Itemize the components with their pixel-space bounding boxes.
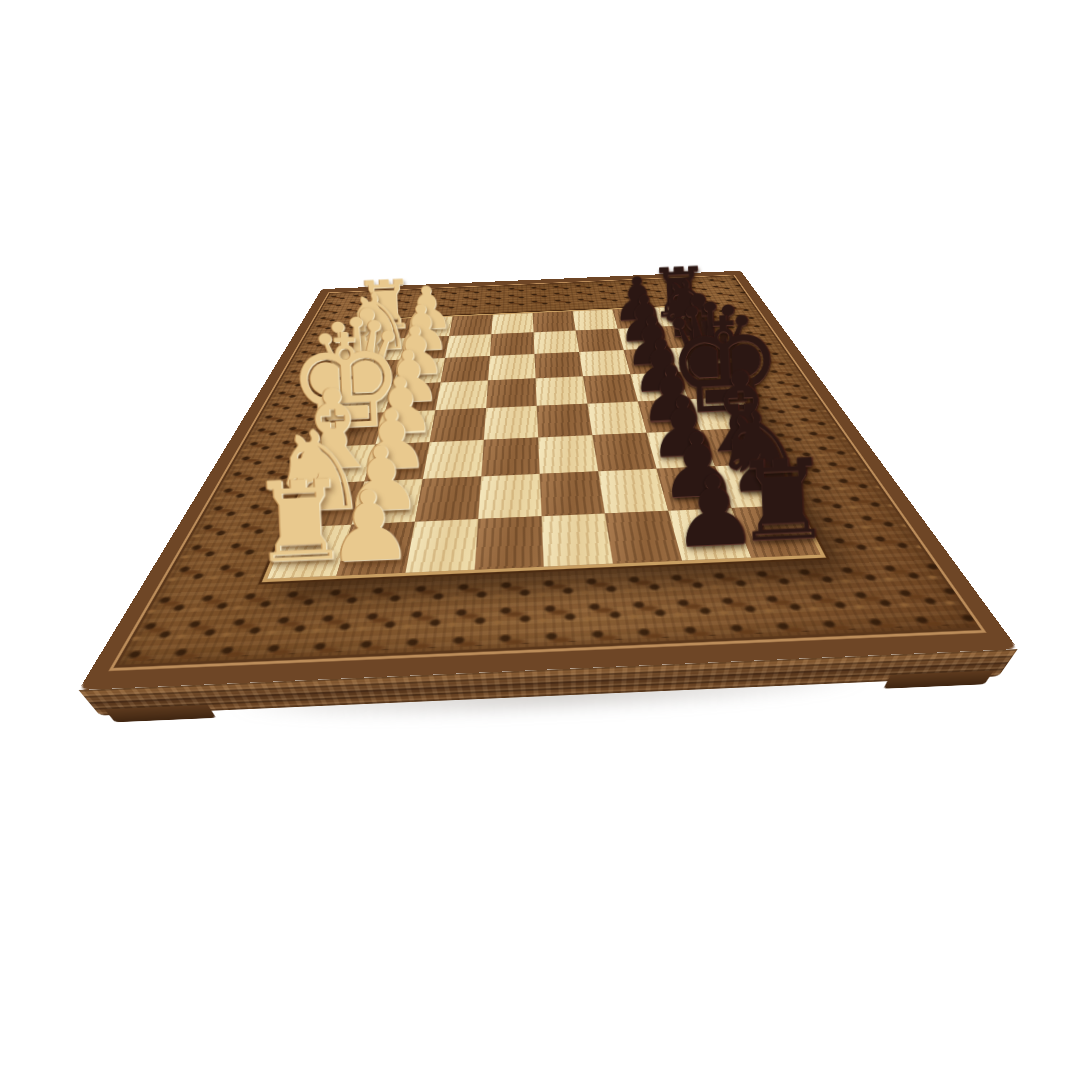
chess-product-photo: ♜♟♟♜♞♟♟♞♝♟♟♝♛♟♟♛♚♟♟♚♝♟♟♝♞♟♟♞♜♟♟♜ [0,0,1080,1080]
square-b4 [490,332,535,356]
square-e4 [484,406,538,440]
square-f5 [538,435,598,474]
square-h4 [475,516,544,569]
piece-black-pawn-h7: ♟ [669,463,759,558]
front-right-foot [883,671,993,689]
square-b5 [534,331,580,354]
square-d3 [436,380,489,410]
square-h7: ♟ [668,508,751,561]
square-e5 [537,404,593,438]
perspective-scene: ♜♟♟♜♞♟♟♞♝♟♟♝♛♟♟♛♚♟♟♚♝♟♟♝♞♟♟♞♜♟♟♜ [0,0,1080,1080]
board-front-face [79,649,1018,716]
square-h2: ♟ [336,522,415,576]
square-c5 [534,352,583,378]
square-a3 [449,315,493,336]
playing-surface: ♜♟♟♜♞♟♟♞♝♟♟♝♛♟♟♛♚♟♟♚♝♟♟♝♞♟♟♞♜♟♟♜ [267,306,820,579]
square-a4 [491,313,533,334]
board-frame: ♜♟♟♜♞♟♟♞♝♟♟♝♛♟♟♛♚♟♟♚♝♟♟♝♞♟♟♞♜♟♟♜ [79,271,1018,690]
square-f4 [481,437,539,476]
square-c4 [488,354,535,380]
piece-white-pawn-h2: ♟ [324,478,414,573]
square-b3 [445,334,491,358]
front-left-foot [105,705,217,723]
square-d5 [536,376,588,406]
square-h5 [542,514,613,567]
square-c3 [441,356,490,383]
square-g3 [415,476,481,521]
square-h3 [406,519,479,573]
square-d4 [486,378,537,408]
square-g5 [540,471,605,516]
square-e3 [430,408,487,442]
board-tilt-wrapper: ♜♟♟♜♞♟♟♞♝♟♟♝♛♟♟♛♚♟♟♚♝♟♟♝♞♟♟♞♜♟♟♜ [0,0,1080,1080]
square-g4 [478,474,541,519]
square-a5 [533,311,576,332]
square-f3 [423,440,484,479]
